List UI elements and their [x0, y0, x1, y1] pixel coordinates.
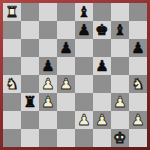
square-e8[interactable]: ♝	[75, 3, 93, 21]
square-e1[interactable]	[75, 129, 93, 147]
black-pawn[interactable]: ♟	[59, 39, 72, 57]
square-h3[interactable]	[129, 93, 147, 111]
white-knight[interactable]: ♞	[131, 75, 144, 93]
black-rook[interactable]: ♜	[23, 93, 36, 111]
white-pawn[interactable]: ♟	[95, 111, 108, 129]
square-f6[interactable]	[93, 39, 111, 57]
square-a3[interactable]	[3, 93, 21, 111]
black-pawn[interactable]: ♟	[77, 21, 90, 39]
square-a4[interactable]: ♞	[3, 75, 21, 93]
white-rook[interactable]: ♜	[5, 3, 18, 21]
square-c5[interactable]: ♟	[39, 57, 57, 75]
white-pawn[interactable]: ♟	[77, 111, 90, 129]
square-f8[interactable]	[93, 3, 111, 21]
square-d1[interactable]	[57, 129, 75, 147]
chess-board: ♜♝♟♚♝♟♟♟♟♞♟♟♞♜♟♟♟♟♟♚	[3, 3, 147, 147]
white-pawn[interactable]: ♟	[113, 93, 126, 111]
square-f7[interactable]: ♚	[93, 21, 111, 39]
square-c2[interactable]	[39, 111, 57, 129]
square-a7[interactable]	[3, 21, 21, 39]
white-pawn[interactable]: ♟	[41, 93, 54, 111]
square-f2[interactable]: ♟	[93, 111, 111, 129]
square-b5[interactable]	[21, 57, 39, 75]
square-d5[interactable]	[57, 57, 75, 75]
square-h4[interactable]: ♞	[129, 75, 147, 93]
square-e3[interactable]	[75, 93, 93, 111]
square-f4[interactable]	[93, 75, 111, 93]
square-b7[interactable]	[21, 21, 39, 39]
square-b2[interactable]	[21, 111, 39, 129]
square-d2[interactable]	[57, 111, 75, 129]
black-pawn[interactable]: ♟	[131, 39, 144, 57]
white-knight[interactable]: ♞	[5, 75, 18, 93]
square-b4[interactable]	[21, 75, 39, 93]
black-pawn[interactable]: ♟	[95, 57, 108, 75]
square-b3[interactable]: ♜	[21, 93, 39, 111]
square-g3[interactable]: ♟	[111, 93, 129, 111]
square-a8[interactable]: ♜	[3, 3, 21, 21]
square-a5[interactable]	[3, 57, 21, 75]
square-g6[interactable]	[111, 39, 129, 57]
square-d6[interactable]: ♟	[57, 39, 75, 57]
square-d3[interactable]	[57, 93, 75, 111]
square-c8[interactable]	[39, 3, 57, 21]
square-c4[interactable]: ♟	[39, 75, 57, 93]
square-g4[interactable]	[111, 75, 129, 93]
square-a2[interactable]	[3, 111, 21, 129]
white-pawn[interactable]: ♟	[131, 111, 144, 129]
square-a1[interactable]	[3, 129, 21, 147]
white-pawn[interactable]: ♟	[41, 75, 54, 93]
square-a6[interactable]	[3, 39, 21, 57]
square-b1[interactable]	[21, 129, 39, 147]
square-e5[interactable]	[75, 57, 93, 75]
black-king[interactable]: ♚	[95, 21, 108, 39]
square-c7[interactable]	[39, 21, 57, 39]
square-h1[interactable]	[129, 129, 147, 147]
square-b6[interactable]	[21, 39, 39, 57]
square-d4[interactable]: ♟	[57, 75, 75, 93]
board-frame: ♜♝♟♚♝♟♟♟♟♞♟♟♞♜♟♟♟♟♟♚	[0, 0, 150, 150]
square-g8[interactable]	[111, 3, 129, 21]
square-e6[interactable]	[75, 39, 93, 57]
square-e2[interactable]: ♟	[75, 111, 93, 129]
square-d7[interactable]	[57, 21, 75, 39]
black-bishop[interactable]: ♝	[77, 3, 90, 21]
square-e7[interactable]: ♟	[75, 21, 93, 39]
square-h5[interactable]	[129, 57, 147, 75]
square-f3[interactable]	[93, 93, 111, 111]
square-g7[interactable]: ♝	[111, 21, 129, 39]
square-c1[interactable]	[39, 129, 57, 147]
square-d8[interactable]	[57, 3, 75, 21]
square-f5[interactable]: ♟	[93, 57, 111, 75]
black-pawn[interactable]: ♟	[41, 57, 54, 75]
white-pawn[interactable]: ♟	[59, 75, 72, 93]
square-h6[interactable]: ♟	[129, 39, 147, 57]
square-g2[interactable]	[111, 111, 129, 129]
square-f1[interactable]	[93, 129, 111, 147]
black-bishop[interactable]: ♝	[113, 21, 126, 39]
square-h7[interactable]	[129, 21, 147, 39]
square-h8[interactable]	[129, 3, 147, 21]
square-e4[interactable]	[75, 75, 93, 93]
square-g1[interactable]: ♚	[111, 129, 129, 147]
square-h2[interactable]: ♟	[129, 111, 147, 129]
square-c6[interactable]	[39, 39, 57, 57]
square-g5[interactable]	[111, 57, 129, 75]
white-king[interactable]: ♚	[113, 129, 126, 147]
square-b8[interactable]	[21, 3, 39, 21]
square-c3[interactable]: ♟	[39, 93, 57, 111]
